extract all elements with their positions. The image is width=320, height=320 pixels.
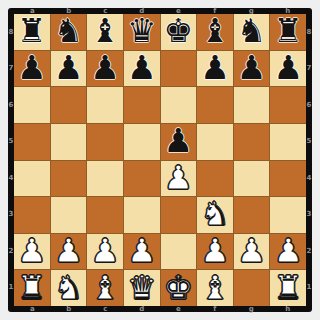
square-b2[interactable]: ♟ — [51, 234, 87, 270]
square-c1[interactable]: ♝ — [87, 270, 123, 306]
white-king-e1[interactable]: ♚ — [164, 271, 194, 304]
square-a1[interactable]: ♜ — [14, 270, 50, 306]
square-c2[interactable]: ♟ — [87, 234, 123, 270]
square-g2[interactable]: ♟ — [234, 234, 270, 270]
black-king-e8[interactable]: ♚ — [164, 14, 194, 47]
square-d2[interactable]: ♟ — [124, 234, 160, 270]
square-d4[interactable] — [124, 161, 160, 197]
file-label-c: c — [87, 306, 124, 313]
black-pawn-a7[interactable]: ♟ — [17, 51, 47, 84]
black-queen-d8[interactable]: ♛ — [127, 14, 157, 47]
square-h1[interactable]: ♜ — [270, 270, 306, 306]
white-queen-d1[interactable]: ♛ — [127, 271, 157, 304]
white-pawn-f2[interactable]: ♟ — [200, 234, 230, 267]
square-g3[interactable] — [234, 197, 270, 233]
square-e1[interactable]: ♚ — [161, 270, 197, 306]
square-g5[interactable] — [234, 124, 270, 160]
square-e2[interactable] — [161, 234, 197, 270]
white-pawn-b2[interactable]: ♟ — [54, 234, 84, 267]
square-g7[interactable]: ♟ — [234, 51, 270, 87]
file-label-d: d — [124, 306, 161, 313]
file-label-h: h — [270, 306, 307, 313]
rank-label-4: 4 — [306, 160, 312, 197]
square-f3[interactable]: ♞ — [197, 197, 233, 233]
square-e6[interactable] — [161, 87, 197, 123]
black-pawn-b7[interactable]: ♟ — [54, 51, 84, 84]
black-knight-b8[interactable]: ♞ — [54, 14, 84, 47]
square-h4[interactable] — [270, 161, 306, 197]
black-bishop-c8[interactable]: ♝ — [90, 14, 120, 47]
white-pawn-c2[interactable]: ♟ — [90, 234, 120, 267]
black-bishop-f8[interactable]: ♝ — [200, 14, 230, 47]
square-b7[interactable]: ♟ — [51, 51, 87, 87]
black-rook-h8[interactable]: ♜ — [273, 14, 303, 47]
file-label-f: f — [197, 306, 234, 313]
square-a5[interactable] — [14, 124, 50, 160]
square-a8[interactable]: ♜ — [14, 14, 50, 50]
square-b5[interactable] — [51, 124, 87, 160]
square-e5[interactable]: ♟ — [161, 124, 197, 160]
square-e4[interactable]: ♟ — [161, 161, 197, 197]
square-b1[interactable]: ♞ — [51, 270, 87, 306]
black-pawn-g7[interactable]: ♟ — [237, 51, 267, 84]
square-f7[interactable]: ♟ — [197, 51, 233, 87]
white-pawn-d2[interactable]: ♟ — [127, 234, 157, 267]
black-knight-g8[interactable]: ♞ — [237, 14, 267, 47]
white-pawn-a2[interactable]: ♟ — [17, 234, 47, 267]
square-f4[interactable] — [197, 161, 233, 197]
square-c8[interactable]: ♝ — [87, 14, 123, 50]
square-h7[interactable]: ♟ — [270, 51, 306, 87]
square-a7[interactable]: ♟ — [14, 51, 50, 87]
black-rook-a8[interactable]: ♜ — [17, 14, 47, 47]
square-g6[interactable] — [234, 87, 270, 123]
white-rook-h1[interactable]: ♜ — [273, 271, 303, 304]
black-pawn-h7[interactable]: ♟ — [273, 51, 303, 84]
white-pawn-g2[interactable]: ♟ — [237, 234, 267, 267]
rank-label-1: 1 — [306, 270, 312, 307]
rank-label-8: 8 — [306, 14, 312, 51]
black-pawn-f7[interactable]: ♟ — [200, 51, 230, 84]
square-g4[interactable] — [234, 161, 270, 197]
square-b8[interactable]: ♞ — [51, 14, 87, 50]
rank-label-7: 7 — [306, 51, 312, 88]
square-e8[interactable]: ♚ — [161, 14, 197, 50]
square-h6[interactable] — [270, 87, 306, 123]
square-f6[interactable] — [197, 87, 233, 123]
square-c6[interactable] — [87, 87, 123, 123]
white-knight-b1[interactable]: ♞ — [54, 271, 84, 304]
white-bishop-c1[interactable]: ♝ — [90, 271, 120, 304]
file-label-a: a — [14, 306, 51, 313]
board: ♜♞♝♛♚♝♞♜♟♟♟♟♟♟♟♟♟♞♟♟♟♟♟♟♟♜♞♝♛♚♝♜ — [14, 14, 306, 306]
white-knight-f3[interactable]: ♞ — [200, 197, 230, 230]
square-f1[interactable]: ♝ — [197, 270, 233, 306]
square-f5[interactable] — [197, 124, 233, 160]
square-f2[interactable]: ♟ — [197, 234, 233, 270]
square-a2[interactable]: ♟ — [14, 234, 50, 270]
square-a4[interactable] — [14, 161, 50, 197]
square-e7[interactable] — [161, 51, 197, 87]
square-g1[interactable] — [234, 270, 270, 306]
square-b6[interactable] — [51, 87, 87, 123]
square-h3[interactable] — [270, 197, 306, 233]
white-rook-a1[interactable]: ♜ — [17, 271, 47, 304]
rank-label-6: 6 — [306, 87, 312, 124]
white-pawn-h2[interactable]: ♟ — [273, 234, 303, 267]
square-e3[interactable] — [161, 197, 197, 233]
square-b4[interactable] — [51, 161, 87, 197]
rank-label-3: 3 — [306, 197, 312, 234]
square-d5[interactable] — [124, 124, 160, 160]
rank-labels-right: 87654321 — [306, 14, 312, 306]
square-h8[interactable]: ♜ — [270, 14, 306, 50]
square-d6[interactable] — [124, 87, 160, 123]
square-c5[interactable] — [87, 124, 123, 160]
rank-label-2: 2 — [306, 233, 312, 270]
black-pawn-c7[interactable]: ♟ — [90, 51, 120, 84]
black-pawn-d7[interactable]: ♟ — [127, 51, 157, 84]
file-label-e: e — [160, 306, 197, 313]
square-h5[interactable] — [270, 124, 306, 160]
file-labels-bottom: abcdefgh — [14, 306, 306, 312]
white-bishop-f1[interactable]: ♝ — [200, 271, 230, 304]
square-a6[interactable] — [14, 87, 50, 123]
square-d3[interactable] — [124, 197, 160, 233]
square-c4[interactable] — [87, 161, 123, 197]
square-c7[interactable]: ♟ — [87, 51, 123, 87]
file-label-g: g — [233, 306, 270, 313]
square-f8[interactable]: ♝ — [197, 14, 233, 50]
chess-app-page: abcdefgh abcdefgh 87654321 87654321 ♜♞♝♛… — [0, 0, 320, 320]
square-b3[interactable] — [51, 197, 87, 233]
square-g8[interactable]: ♞ — [234, 14, 270, 50]
black-pawn-e5[interactable]: ♟ — [164, 124, 194, 157]
rank-label-5: 5 — [306, 124, 312, 161]
square-h2[interactable]: ♟ — [270, 234, 306, 270]
square-d8[interactable]: ♛ — [124, 14, 160, 50]
square-d7[interactable]: ♟ — [124, 51, 160, 87]
square-d1[interactable]: ♛ — [124, 270, 160, 306]
file-label-b: b — [51, 306, 88, 313]
square-c3[interactable] — [87, 197, 123, 233]
square-a3[interactable] — [14, 197, 50, 233]
white-pawn-e4[interactable]: ♟ — [164, 161, 194, 194]
